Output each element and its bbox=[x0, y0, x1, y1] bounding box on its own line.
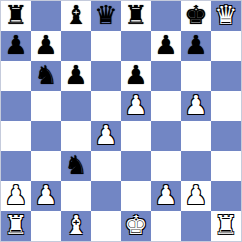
square-e5[interactable]: ♟ bbox=[121, 91, 151, 121]
square-a4[interactable] bbox=[1, 121, 31, 151]
square-f3[interactable] bbox=[151, 151, 181, 181]
square-c4[interactable] bbox=[61, 121, 91, 151]
square-a2[interactable]: ♟ bbox=[1, 181, 31, 211]
square-d1[interactable] bbox=[91, 211, 121, 241]
piece-black-pawn[interactable]: ♟ bbox=[4, 32, 27, 58]
square-f7[interactable]: ♟ bbox=[151, 31, 181, 61]
square-b1[interactable] bbox=[31, 211, 61, 241]
piece-black-knight[interactable]: ♞ bbox=[34, 62, 57, 88]
piece-white-pawn[interactable]: ♟ bbox=[34, 182, 57, 208]
square-a3[interactable] bbox=[1, 151, 31, 181]
square-g6[interactable] bbox=[181, 61, 211, 91]
square-a6[interactable] bbox=[1, 61, 31, 91]
square-c5[interactable] bbox=[61, 91, 91, 121]
square-g8[interactable]: ♚ bbox=[181, 1, 211, 31]
square-h7[interactable] bbox=[211, 31, 241, 61]
square-c2[interactable] bbox=[61, 181, 91, 211]
square-e3[interactable] bbox=[121, 151, 151, 181]
piece-white-pawn[interactable]: ♟ bbox=[124, 92, 147, 118]
piece-white-pawn[interactable]: ♟ bbox=[154, 182, 177, 208]
square-e8[interactable]: ♜ bbox=[121, 1, 151, 31]
chess-board: ♜♝♛♜♚♛♟♟♟♟♞♟♟♟♟♟♞♟♟♟♟♜♝♚♜ bbox=[0, 0, 242, 242]
square-b2[interactable]: ♟ bbox=[31, 181, 61, 211]
square-d2[interactable] bbox=[91, 181, 121, 211]
square-h8[interactable]: ♛ bbox=[211, 1, 241, 31]
square-f2[interactable]: ♟ bbox=[151, 181, 181, 211]
square-h1[interactable]: ♜ bbox=[211, 211, 241, 241]
square-g7[interactable]: ♟ bbox=[181, 31, 211, 61]
square-b5[interactable] bbox=[31, 91, 61, 121]
square-b3[interactable] bbox=[31, 151, 61, 181]
square-c6[interactable]: ♟ bbox=[61, 61, 91, 91]
square-f4[interactable] bbox=[151, 121, 181, 151]
square-b8[interactable] bbox=[31, 1, 61, 31]
square-d6[interactable] bbox=[91, 61, 121, 91]
piece-black-rook[interactable]: ♜ bbox=[4, 2, 27, 28]
square-d8[interactable]: ♛ bbox=[91, 1, 121, 31]
piece-white-queen[interactable]: ♛ bbox=[214, 2, 237, 28]
square-d5[interactable] bbox=[91, 91, 121, 121]
piece-black-bishop[interactable]: ♝ bbox=[64, 2, 87, 28]
piece-white-pawn[interactable]: ♟ bbox=[94, 122, 117, 148]
square-g4[interactable] bbox=[181, 121, 211, 151]
square-e4[interactable] bbox=[121, 121, 151, 151]
piece-black-knight[interactable]: ♞ bbox=[64, 152, 87, 178]
square-f5[interactable] bbox=[151, 91, 181, 121]
square-c8[interactable]: ♝ bbox=[61, 1, 91, 31]
square-h4[interactable] bbox=[211, 121, 241, 151]
square-f6[interactable] bbox=[151, 61, 181, 91]
square-a5[interactable] bbox=[1, 91, 31, 121]
square-h3[interactable] bbox=[211, 151, 241, 181]
square-g5[interactable]: ♟ bbox=[181, 91, 211, 121]
piece-white-king[interactable]: ♚ bbox=[124, 212, 147, 238]
piece-black-pawn[interactable]: ♟ bbox=[154, 32, 177, 58]
square-b6[interactable]: ♞ bbox=[31, 61, 61, 91]
piece-white-bishop[interactable]: ♝ bbox=[64, 212, 87, 238]
square-g3[interactable] bbox=[181, 151, 211, 181]
piece-black-queen[interactable]: ♛ bbox=[94, 2, 117, 28]
piece-black-king[interactable]: ♚ bbox=[184, 2, 207, 28]
square-e7[interactable] bbox=[121, 31, 151, 61]
square-e1[interactable]: ♚ bbox=[121, 211, 151, 241]
piece-white-rook[interactable]: ♜ bbox=[214, 212, 237, 238]
square-a7[interactable]: ♟ bbox=[1, 31, 31, 61]
piece-white-pawn[interactable]: ♟ bbox=[4, 182, 27, 208]
square-d4[interactable]: ♟ bbox=[91, 121, 121, 151]
square-d7[interactable] bbox=[91, 31, 121, 61]
piece-black-pawn[interactable]: ♟ bbox=[64, 62, 87, 88]
square-h6[interactable] bbox=[211, 61, 241, 91]
piece-black-rook[interactable]: ♜ bbox=[124, 2, 147, 28]
piece-black-pawn[interactable]: ♟ bbox=[184, 32, 207, 58]
square-e2[interactable] bbox=[121, 181, 151, 211]
square-e6[interactable]: ♟ bbox=[121, 61, 151, 91]
piece-black-pawn[interactable]: ♟ bbox=[124, 62, 147, 88]
piece-white-pawn[interactable]: ♟ bbox=[184, 92, 207, 118]
square-a1[interactable]: ♜ bbox=[1, 211, 31, 241]
piece-white-rook[interactable]: ♜ bbox=[4, 212, 27, 238]
square-a8[interactable]: ♜ bbox=[1, 1, 31, 31]
square-c7[interactable] bbox=[61, 31, 91, 61]
square-c1[interactable]: ♝ bbox=[61, 211, 91, 241]
square-d3[interactable] bbox=[91, 151, 121, 181]
piece-white-pawn[interactable]: ♟ bbox=[184, 182, 207, 208]
square-g1[interactable] bbox=[181, 211, 211, 241]
square-c3[interactable]: ♞ bbox=[61, 151, 91, 181]
square-f8[interactable] bbox=[151, 1, 181, 31]
square-h5[interactable] bbox=[211, 91, 241, 121]
square-g2[interactable]: ♟ bbox=[181, 181, 211, 211]
square-h2[interactable] bbox=[211, 181, 241, 211]
square-b4[interactable] bbox=[31, 121, 61, 151]
piece-black-pawn[interactable]: ♟ bbox=[34, 32, 57, 58]
square-b7[interactable]: ♟ bbox=[31, 31, 61, 61]
square-f1[interactable] bbox=[151, 211, 181, 241]
